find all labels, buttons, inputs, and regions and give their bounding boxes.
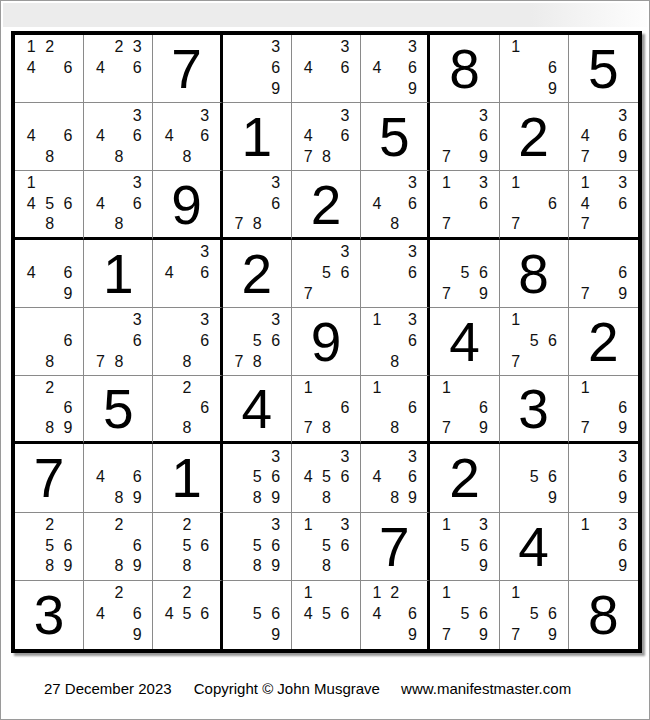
candidate-digit: 1 bbox=[507, 173, 525, 193]
cell-r3c2[interactable]: 3468 bbox=[84, 171, 153, 239]
candidate-digit: 1 bbox=[507, 37, 525, 58]
candidate-digit: 9 bbox=[404, 78, 422, 99]
candidate-grid: 468 bbox=[15, 103, 83, 170]
candidate-grid: 1367 bbox=[430, 171, 498, 236]
candidate-digit: 3 bbox=[404, 37, 422, 58]
cell-r9c6[interactable]: 12469 bbox=[361, 581, 430, 649]
candidate-grid: 369 bbox=[223, 35, 291, 102]
candidate-grid: 34679 bbox=[569, 103, 638, 170]
cell-r8c3[interactable]: 2568 bbox=[153, 513, 222, 581]
candidate-digit: 8 bbox=[110, 351, 128, 372]
candidate-digit: 4 bbox=[22, 194, 40, 214]
candidate-digit: 9 bbox=[266, 78, 284, 99]
candidate-digit: 5 bbox=[317, 262, 335, 283]
cell-r5c8[interactable]: 1567 bbox=[500, 308, 569, 376]
candidate-digit: 6 bbox=[474, 194, 492, 214]
cell-r6c3[interactable]: 268 bbox=[153, 376, 222, 444]
candidate-digit: 8 bbox=[178, 418, 196, 438]
cell-r9c1[interactable]: 3 bbox=[15, 581, 84, 649]
cell-value: 1 bbox=[171, 451, 202, 506]
candidate-digit: 6 bbox=[474, 262, 492, 283]
candidate-grid: 2568 bbox=[153, 513, 219, 580]
candidate-digit: 5 bbox=[525, 604, 543, 625]
cell-value: 9 bbox=[171, 178, 202, 233]
candidate-digit: 3 bbox=[266, 37, 284, 58]
candidate-digit: 8 bbox=[386, 214, 404, 234]
cell-r4c6[interactable]: 36 bbox=[361, 240, 430, 308]
cell-r1c7[interactable]: 8 bbox=[430, 35, 499, 103]
candidate-digit: 3 bbox=[613, 515, 632, 536]
cell-r8c2[interactable]: 2689 bbox=[84, 513, 153, 581]
cell-r7c1[interactable]: 7 bbox=[15, 444, 84, 512]
candidate-digit: 9 bbox=[266, 556, 284, 577]
candidate-digit: 8 bbox=[248, 214, 266, 234]
candidate-digit: 6 bbox=[128, 467, 146, 488]
candidate-digit: 6 bbox=[613, 398, 632, 418]
candidate-digit: 6 bbox=[404, 58, 422, 79]
candidate-digit: 6 bbox=[59, 262, 77, 283]
sudoku-board: 1246234673693463469816954683468346813467… bbox=[11, 31, 642, 653]
cell-r7c9[interactable]: 369 bbox=[569, 444, 638, 512]
cell-r3c3[interactable]: 9 bbox=[153, 171, 222, 239]
candidate-digit: 5 bbox=[40, 194, 58, 214]
candidate-grid: 3678 bbox=[223, 171, 291, 236]
candidate-grid: 569 bbox=[500, 444, 568, 511]
candidate-digit: 1 bbox=[576, 515, 595, 536]
candidate-grid: 3468 bbox=[153, 103, 219, 170]
candidate-grid: 4689 bbox=[84, 444, 152, 511]
candidate-digit: 4 bbox=[368, 467, 386, 488]
candidate-digit: 8 bbox=[317, 556, 335, 577]
candidate-digit: 1 bbox=[299, 583, 317, 604]
candidate-digit: 7 bbox=[437, 214, 455, 234]
candidate-digit: 6 bbox=[59, 58, 77, 79]
cell-r1c8[interactable]: 169 bbox=[500, 35, 569, 103]
candidate-digit: 9 bbox=[59, 418, 77, 438]
candidate-digit: 6 bbox=[266, 331, 284, 352]
candidate-digit: 4 bbox=[91, 194, 109, 214]
cell-r9c4[interactable]: 569 bbox=[223, 581, 292, 649]
candidate-digit: 3 bbox=[613, 105, 632, 126]
candidate-grid: 1369 bbox=[569, 513, 638, 580]
candidate-digit: 5 bbox=[317, 604, 335, 625]
candidate-digit: 8 bbox=[178, 147, 196, 168]
candidate-digit: 4 bbox=[368, 604, 386, 625]
candidate-digit: 6 bbox=[613, 126, 632, 147]
cell-r7c5[interactable]: 34568 bbox=[292, 444, 361, 512]
candidate-digit: 5 bbox=[248, 467, 266, 488]
footer: 27 December 2023 Copyright © John Musgra… bbox=[44, 680, 571, 697]
cell-r9c5[interactable]: 1456 bbox=[292, 581, 361, 649]
candidate-digit: 9 bbox=[474, 283, 492, 304]
cell-r1c6[interactable]: 3469 bbox=[361, 35, 430, 103]
cell-r2c3[interactable]: 3468 bbox=[153, 103, 222, 171]
candidate-digit: 6 bbox=[266, 535, 284, 556]
footer-website: www.manifestmaster.com bbox=[401, 680, 571, 697]
candidate-digit: 3 bbox=[404, 242, 422, 263]
cell-r6c2[interactable]: 5 bbox=[84, 376, 153, 444]
candidate-digit: 6 bbox=[266, 58, 284, 79]
candidate-digit: 1 bbox=[22, 37, 40, 58]
cell-r4c1[interactable]: 469 bbox=[15, 240, 84, 308]
candidate-grid: 368 bbox=[153, 308, 219, 375]
candidate-digit: 6 bbox=[613, 467, 632, 488]
cell-r2c4[interactable]: 1 bbox=[223, 103, 292, 171]
cell-value: 4 bbox=[241, 382, 272, 437]
candidate-digit: 9 bbox=[613, 488, 632, 509]
candidate-digit: 2 bbox=[178, 583, 196, 604]
candidate-digit: 8 bbox=[40, 147, 58, 168]
candidate-digit: 8 bbox=[110, 214, 128, 234]
candidate-grid: 3468 bbox=[84, 171, 152, 236]
cell-r3c5[interactable]: 2 bbox=[292, 171, 361, 239]
candidate-digit: 5 bbox=[317, 467, 335, 488]
candidate-digit: 2 bbox=[178, 378, 196, 398]
candidate-digit: 6 bbox=[266, 194, 284, 214]
candidate-digit: 4 bbox=[160, 126, 178, 147]
candidate-grid: 3469 bbox=[361, 35, 427, 102]
cell-r5c1[interactable]: 68 bbox=[15, 308, 84, 376]
candidate-digit: 6 bbox=[128, 126, 146, 147]
candidate-grid: 13569 bbox=[430, 513, 498, 580]
cell-r4c5[interactable]: 3567 bbox=[292, 240, 361, 308]
cell-r5c9[interactable]: 2 bbox=[569, 308, 638, 376]
cell-value: 1 bbox=[103, 247, 134, 302]
cell-value: 3 bbox=[518, 382, 549, 437]
cell-r5c2[interactable]: 3678 bbox=[84, 308, 153, 376]
cell-value: 1 bbox=[241, 110, 272, 165]
candidate-digit: 3 bbox=[336, 37, 354, 58]
candidate-digit: 5 bbox=[178, 535, 196, 556]
candidate-digit: 3 bbox=[474, 105, 492, 126]
candidate-grid: 13467 bbox=[569, 171, 638, 236]
candidate-digit: 8 bbox=[317, 147, 335, 168]
candidate-digit: 7 bbox=[299, 283, 317, 304]
cell-r2c7[interactable]: 3679 bbox=[430, 103, 499, 171]
sudoku-page: 1246234673693463469816954683468346813467… bbox=[0, 0, 650, 720]
candidate-digit: 1 bbox=[437, 173, 455, 193]
cell-r5c7[interactable]: 4 bbox=[430, 308, 499, 376]
cell-r7c7[interactable]: 2 bbox=[430, 444, 499, 512]
cell-r3c7[interactable]: 1367 bbox=[430, 171, 499, 239]
candidate-grid: 3679 bbox=[430, 103, 498, 170]
cell-r7c4[interactable]: 35689 bbox=[223, 444, 292, 512]
cell-r2c9[interactable]: 34679 bbox=[569, 103, 638, 171]
cell-r4c3[interactable]: 346 bbox=[153, 240, 222, 308]
candidate-digit: 4 bbox=[368, 194, 386, 214]
cell-r8c8[interactable]: 4 bbox=[500, 513, 569, 581]
cell-r6c6[interactable]: 168 bbox=[361, 376, 430, 444]
cell-r2c8[interactable]: 2 bbox=[500, 103, 569, 171]
candidate-digit: 3 bbox=[196, 105, 214, 126]
cell-r7c2[interactable]: 4689 bbox=[84, 444, 153, 512]
candidate-digit: 9 bbox=[543, 78, 561, 99]
cell-r9c2[interactable]: 2469 bbox=[84, 581, 153, 649]
cell-r8c1[interactable]: 25689 bbox=[15, 513, 84, 581]
cell-r1c4[interactable]: 369 bbox=[223, 35, 292, 103]
candidate-grid: 1679 bbox=[430, 376, 498, 441]
candidate-digit: 3 bbox=[474, 515, 492, 536]
cell-r6c8[interactable]: 3 bbox=[500, 376, 569, 444]
cell-value: 2 bbox=[241, 247, 272, 302]
candidate-digit: 7 bbox=[230, 214, 248, 234]
cell-r3c4[interactable]: 3678 bbox=[223, 171, 292, 239]
cell-r1c3[interactable]: 7 bbox=[153, 35, 222, 103]
candidate-digit: 6 bbox=[266, 467, 284, 488]
candidate-digit: 5 bbox=[525, 467, 543, 488]
candidate-digit: 9 bbox=[543, 625, 561, 646]
candidate-digit: 3 bbox=[404, 173, 422, 193]
cell-value: 2 bbox=[588, 315, 619, 370]
candidate-digit: 6 bbox=[336, 398, 354, 418]
candidate-digit: 8 bbox=[317, 418, 335, 438]
candidate-digit: 6 bbox=[336, 262, 354, 283]
cell-r6c4[interactable]: 4 bbox=[223, 376, 292, 444]
candidate-digit: 8 bbox=[386, 488, 404, 509]
candidate-grid: 369 bbox=[569, 444, 638, 511]
candidate-grid: 268 bbox=[153, 376, 219, 441]
cell-r8c6[interactable]: 7 bbox=[361, 513, 430, 581]
cell-r3c1[interactable]: 14568 bbox=[15, 171, 84, 239]
candidate-digit: 4 bbox=[299, 467, 317, 488]
candidate-digit: 9 bbox=[613, 556, 632, 577]
cell-value: 2 bbox=[449, 451, 480, 506]
candidate-digit: 2 bbox=[110, 37, 128, 58]
cell-r5c5[interactable]: 9 bbox=[292, 308, 361, 376]
candidate-digit: 7 bbox=[437, 625, 455, 646]
candidate-digit: 8 bbox=[248, 488, 266, 509]
cell-r4c9[interactable]: 679 bbox=[569, 240, 638, 308]
cell-r9c3[interactable]: 2456 bbox=[153, 581, 222, 649]
candidate-digit: 6 bbox=[613, 535, 632, 556]
cell-r6c7[interactable]: 1679 bbox=[430, 376, 499, 444]
candidate-digit: 6 bbox=[336, 58, 354, 79]
candidate-digit: 4 bbox=[91, 467, 109, 488]
cell-r5c6[interactable]: 1368 bbox=[361, 308, 430, 376]
cell-r8c5[interactable]: 13568 bbox=[292, 513, 361, 581]
candidate-digit: 1 bbox=[507, 310, 525, 331]
candidate-digit: 6 bbox=[196, 262, 214, 283]
candidate-digit: 3 bbox=[266, 310, 284, 331]
candidate-digit: 4 bbox=[91, 126, 109, 147]
candidate-digit: 9 bbox=[128, 625, 146, 646]
candidate-digit: 9 bbox=[613, 147, 632, 168]
candidate-grid: 169 bbox=[500, 35, 568, 102]
candidate-digit: 7 bbox=[437, 418, 455, 438]
cell-r7c3[interactable]: 1 bbox=[153, 444, 222, 512]
cell-r3c9[interactable]: 13467 bbox=[569, 171, 638, 239]
candidate-digit: 6 bbox=[613, 194, 632, 214]
cell-r8c4[interactable]: 35689 bbox=[223, 513, 292, 581]
candidate-digit: 9 bbox=[266, 625, 284, 646]
candidate-digit: 8 bbox=[248, 556, 266, 577]
cell-value: 7 bbox=[34, 451, 65, 506]
candidate-digit: 1 bbox=[437, 378, 455, 398]
cell-r9c8[interactable]: 15679 bbox=[500, 581, 569, 649]
candidate-digit: 2 bbox=[40, 37, 58, 58]
candidate-digit: 5 bbox=[317, 535, 335, 556]
cell-r2c2[interactable]: 3468 bbox=[84, 103, 153, 171]
top-band bbox=[3, 3, 647, 27]
cell-r7c6[interactable]: 34689 bbox=[361, 444, 430, 512]
cell-r6c9[interactable]: 1679 bbox=[569, 376, 638, 444]
candidate-digit: 9 bbox=[404, 625, 422, 646]
cell-value: 7 bbox=[379, 520, 410, 575]
candidate-digit: 9 bbox=[404, 488, 422, 509]
cell-r2c5[interactable]: 34678 bbox=[292, 103, 361, 171]
candidate-digit: 3 bbox=[266, 515, 284, 536]
candidate-digit: 8 bbox=[386, 351, 404, 372]
candidate-digit: 5 bbox=[40, 535, 58, 556]
candidate-grid: 3468 bbox=[84, 103, 152, 170]
cell-value: 4 bbox=[449, 315, 480, 370]
candidate-digit: 6 bbox=[474, 126, 492, 147]
candidate-digit: 9 bbox=[474, 418, 492, 438]
candidate-digit: 3 bbox=[404, 446, 422, 467]
candidate-grid: 14568 bbox=[15, 171, 83, 236]
candidate-digit: 9 bbox=[128, 488, 146, 509]
candidate-grid: 2456 bbox=[153, 581, 219, 649]
candidate-digit: 9 bbox=[266, 488, 284, 509]
candidate-digit: 6 bbox=[196, 398, 214, 418]
candidate-grid: 34678 bbox=[292, 103, 360, 170]
candidate-digit: 8 bbox=[110, 556, 128, 577]
candidate-digit: 3 bbox=[266, 446, 284, 467]
candidate-digit: 6 bbox=[543, 58, 561, 79]
candidate-digit: 9 bbox=[59, 556, 77, 577]
candidate-grid: 569 bbox=[223, 581, 291, 649]
candidate-digit: 2 bbox=[110, 515, 128, 536]
candidate-digit: 9 bbox=[474, 625, 492, 646]
candidate-digit: 7 bbox=[576, 283, 595, 304]
cell-r7c8[interactable]: 569 bbox=[500, 444, 569, 512]
cell-r4c7[interactable]: 5679 bbox=[430, 240, 499, 308]
candidate-grid: 35689 bbox=[223, 513, 291, 580]
cell-value: 4 bbox=[518, 520, 549, 575]
candidate-digit: 2 bbox=[178, 515, 196, 536]
cell-r1c2[interactable]: 2346 bbox=[84, 35, 153, 103]
cell-value: 2 bbox=[311, 178, 342, 233]
cell-r9c9[interactable]: 8 bbox=[569, 581, 638, 649]
cell-r8c9[interactable]: 1369 bbox=[569, 513, 638, 581]
candidate-digit: 6 bbox=[336, 126, 354, 147]
candidate-grid: 346 bbox=[292, 35, 360, 102]
candidate-digit: 1 bbox=[299, 515, 317, 536]
candidate-grid: 1678 bbox=[292, 376, 360, 441]
candidate-digit: 9 bbox=[474, 147, 492, 168]
candidate-grid: 3468 bbox=[361, 171, 427, 236]
candidate-digit: 3 bbox=[128, 310, 146, 331]
candidate-digit: 4 bbox=[160, 604, 178, 625]
candidate-grid: 12469 bbox=[361, 581, 427, 649]
cell-r3c8[interactable]: 167 bbox=[500, 171, 569, 239]
candidate-digit: 3 bbox=[336, 446, 354, 467]
candidate-digit: 6 bbox=[336, 467, 354, 488]
candidate-grid: 3678 bbox=[84, 308, 152, 375]
candidate-digit: 3 bbox=[128, 37, 146, 58]
candidate-digit: 8 bbox=[110, 488, 128, 509]
cell-r6c1[interactable]: 2689 bbox=[15, 376, 84, 444]
candidate-digit: 7 bbox=[507, 214, 525, 234]
candidate-grid: 2689 bbox=[84, 513, 152, 580]
candidate-digit: 6 bbox=[474, 535, 492, 556]
cell-r5c4[interactable]: 35678 bbox=[223, 308, 292, 376]
candidate-digit: 3 bbox=[336, 105, 354, 126]
candidate-grid: 1368 bbox=[361, 308, 427, 375]
cell-r5c3[interactable]: 368 bbox=[153, 308, 222, 376]
candidate-grid: 2469 bbox=[84, 581, 152, 649]
candidate-digit: 7 bbox=[576, 418, 595, 438]
candidate-digit: 6 bbox=[336, 604, 354, 625]
candidate-grid: 25689 bbox=[15, 513, 83, 580]
cell-value: 7 bbox=[171, 42, 202, 97]
candidate-digit: 6 bbox=[404, 262, 422, 283]
candidate-digit: 1 bbox=[437, 583, 455, 604]
cell-r1c9[interactable]: 5 bbox=[569, 35, 638, 103]
candidate-digit: 6 bbox=[59, 331, 77, 352]
candidate-grid: 167 bbox=[500, 171, 568, 236]
cell-r4c8[interactable]: 8 bbox=[500, 240, 569, 308]
candidate-digit: 1 bbox=[368, 583, 386, 604]
cell-r2c1[interactable]: 468 bbox=[15, 103, 84, 171]
candidate-grid: 15679 bbox=[500, 581, 568, 649]
cell-r2c6[interactable]: 5 bbox=[361, 103, 430, 171]
cell-value: 3 bbox=[34, 588, 65, 643]
candidate-digit: 7 bbox=[299, 147, 317, 168]
footer-copyright: Copyright © John Musgrave bbox=[194, 680, 380, 697]
candidate-digit: 3 bbox=[613, 446, 632, 467]
candidate-digit: 4 bbox=[299, 126, 317, 147]
cell-r6c5[interactable]: 1678 bbox=[292, 376, 361, 444]
candidate-digit: 8 bbox=[178, 556, 196, 577]
candidate-digit: 4 bbox=[576, 126, 595, 147]
candidate-digit: 7 bbox=[507, 351, 525, 372]
candidate-digit: 6 bbox=[196, 604, 214, 625]
cell-r4c2[interactable]: 1 bbox=[84, 240, 153, 308]
candidate-digit: 8 bbox=[40, 418, 58, 438]
candidate-digit: 6 bbox=[404, 194, 422, 214]
candidate-digit: 4 bbox=[576, 194, 595, 214]
candidate-digit: 3 bbox=[404, 310, 422, 331]
candidate-digit: 1 bbox=[368, 310, 386, 331]
candidate-digit: 8 bbox=[386, 418, 404, 438]
candidate-digit: 7 bbox=[576, 147, 595, 168]
candidate-digit: 4 bbox=[91, 58, 109, 79]
candidate-digit: 6 bbox=[543, 604, 561, 625]
candidate-digit: 9 bbox=[128, 556, 146, 577]
cell-r8c7[interactable]: 13569 bbox=[430, 513, 499, 581]
candidate-grid: 469 bbox=[15, 240, 83, 307]
candidate-digit: 3 bbox=[336, 515, 354, 536]
candidate-grid: 2346 bbox=[84, 35, 152, 102]
cell-r4c4[interactable]: 2 bbox=[223, 240, 292, 308]
candidate-digit: 8 bbox=[178, 351, 196, 372]
candidate-digit: 2 bbox=[40, 378, 58, 398]
cell-r1c5[interactable]: 346 bbox=[292, 35, 361, 103]
candidate-digit: 8 bbox=[40, 351, 58, 372]
candidate-digit: 4 bbox=[368, 58, 386, 79]
cell-r9c7[interactable]: 15679 bbox=[430, 581, 499, 649]
candidate-digit: 6 bbox=[336, 535, 354, 556]
candidate-digit: 2 bbox=[40, 515, 58, 536]
candidate-digit: 1 bbox=[576, 173, 595, 193]
candidate-digit: 8 bbox=[110, 147, 128, 168]
candidate-digit: 5 bbox=[456, 535, 474, 556]
cell-r1c1[interactable]: 1246 bbox=[15, 35, 84, 103]
candidate-grid: 2689 bbox=[15, 376, 83, 441]
cell-r3c6[interactable]: 3468 bbox=[361, 171, 430, 239]
cell-value: 9 bbox=[311, 315, 342, 370]
